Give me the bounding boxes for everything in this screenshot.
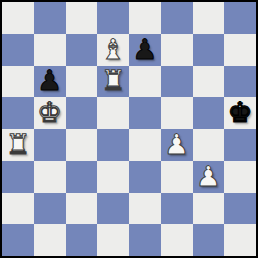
square-h4[interactable] <box>224 129 256 161</box>
square-d6[interactable]: ♜ <box>97 66 129 98</box>
square-f5[interactable] <box>161 97 193 129</box>
square-a4[interactable]: ♜ <box>2 129 34 161</box>
square-d5[interactable] <box>97 97 129 129</box>
square-e1[interactable] <box>129 224 161 256</box>
white-rook-piece[interactable]: ♜ <box>101 67 126 95</box>
square-b7[interactable] <box>34 34 66 66</box>
black-pawn-piece[interactable]: ♟ <box>37 67 62 95</box>
chess-board-frame: ♝♟♟♜♚♚♜♟♟ <box>0 0 258 258</box>
square-e8[interactable] <box>129 2 161 34</box>
square-h2[interactable] <box>224 193 256 225</box>
square-a8[interactable] <box>2 2 34 34</box>
square-a6[interactable] <box>2 66 34 98</box>
square-g6[interactable] <box>193 66 225 98</box>
square-f3[interactable] <box>161 161 193 193</box>
square-e4[interactable] <box>129 129 161 161</box>
square-h8[interactable] <box>224 2 256 34</box>
square-g5[interactable] <box>193 97 225 129</box>
chess-board: ♝♟♟♜♚♚♜♟♟ <box>2 2 256 256</box>
square-g2[interactable] <box>193 193 225 225</box>
square-c6[interactable] <box>66 66 98 98</box>
square-c4[interactable] <box>66 129 98 161</box>
square-b2[interactable] <box>34 193 66 225</box>
white-king-piece[interactable]: ♚ <box>37 99 62 127</box>
square-a2[interactable] <box>2 193 34 225</box>
square-b5[interactable]: ♚ <box>34 97 66 129</box>
square-g1[interactable] <box>193 224 225 256</box>
square-g3[interactable]: ♟ <box>193 161 225 193</box>
square-a7[interactable] <box>2 34 34 66</box>
square-h1[interactable] <box>224 224 256 256</box>
white-bishop-piece[interactable]: ♝ <box>101 36 126 64</box>
square-g7[interactable] <box>193 34 225 66</box>
square-a5[interactable] <box>2 97 34 129</box>
square-g8[interactable] <box>193 2 225 34</box>
square-b1[interactable] <box>34 224 66 256</box>
square-e7[interactable]: ♟ <box>129 34 161 66</box>
square-c1[interactable] <box>66 224 98 256</box>
square-c7[interactable] <box>66 34 98 66</box>
square-e2[interactable] <box>129 193 161 225</box>
square-f8[interactable] <box>161 2 193 34</box>
square-h3[interactable] <box>224 161 256 193</box>
black-king-piece[interactable]: ♚ <box>228 99 253 127</box>
white-pawn-piece[interactable]: ♟ <box>196 163 221 191</box>
square-c2[interactable] <box>66 193 98 225</box>
square-d1[interactable] <box>97 224 129 256</box>
square-c3[interactable] <box>66 161 98 193</box>
square-d8[interactable] <box>97 2 129 34</box>
square-a3[interactable] <box>2 161 34 193</box>
square-f1[interactable] <box>161 224 193 256</box>
square-d4[interactable] <box>97 129 129 161</box>
white-rook-piece[interactable]: ♜ <box>5 131 30 159</box>
square-c8[interactable] <box>66 2 98 34</box>
square-h7[interactable] <box>224 34 256 66</box>
square-c5[interactable] <box>66 97 98 129</box>
square-e5[interactable] <box>129 97 161 129</box>
square-d3[interactable] <box>97 161 129 193</box>
square-f7[interactable] <box>161 34 193 66</box>
square-h5[interactable]: ♚ <box>224 97 256 129</box>
square-b4[interactable] <box>34 129 66 161</box>
square-f4[interactable]: ♟ <box>161 129 193 161</box>
square-a1[interactable] <box>2 224 34 256</box>
square-b6[interactable]: ♟ <box>34 66 66 98</box>
square-f6[interactable] <box>161 66 193 98</box>
square-g4[interactable] <box>193 129 225 161</box>
square-e3[interactable] <box>129 161 161 193</box>
square-b8[interactable] <box>34 2 66 34</box>
square-d2[interactable] <box>97 193 129 225</box>
square-b3[interactable] <box>34 161 66 193</box>
white-pawn-piece[interactable]: ♟ <box>164 131 189 159</box>
square-d7[interactable]: ♝ <box>97 34 129 66</box>
square-h6[interactable] <box>224 66 256 98</box>
square-f2[interactable] <box>161 193 193 225</box>
square-e6[interactable] <box>129 66 161 98</box>
black-pawn-piece[interactable]: ♟ <box>132 36 157 64</box>
